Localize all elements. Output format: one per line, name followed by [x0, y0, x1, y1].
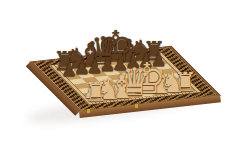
pieces-layer: ♜♞♝♛♚♝♞♜♟♟♟♟♟♟♟♟♟♟♟♟♟♟♟♟♜♞♝♛♚♝♞♜: [0, 0, 240, 150]
piece-black-p-a7[interactable]: ♟: [61, 61, 77, 79]
chess-set-photo: ♜♞♝♛♚♝♞♜♟♟♟♟♟♟♟♟♟♟♟♟♟♟♟♟♜♞♝♛♚♝♞♜: [0, 0, 240, 150]
piece-white-r-a1[interactable]: ♜: [84, 79, 107, 105]
